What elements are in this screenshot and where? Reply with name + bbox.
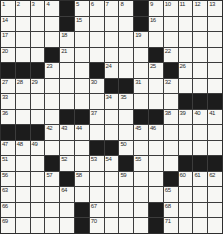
crossword-cell[interactable] <box>45 141 59 156</box>
crossword-cell[interactable]: 67 <box>90 203 104 218</box>
clue-number: 16 <box>150 17 156 23</box>
clue-number: 70 <box>91 218 97 224</box>
crossword-cell[interactable] <box>149 94 163 109</box>
clue-number: 29 <box>32 79 38 85</box>
black-cell <box>1 63 15 78</box>
crossword-cell[interactable] <box>16 48 30 63</box>
crossword-cell[interactable] <box>208 203 222 218</box>
crossword-cell[interactable] <box>16 17 30 32</box>
crossword-cell[interactable] <box>75 63 89 78</box>
clue-number: 43 <box>61 125 67 131</box>
crossword-cell[interactable] <box>134 203 148 218</box>
clue-number: 64 <box>61 187 67 193</box>
clue-number: 15 <box>76 17 82 23</box>
crossword-cell[interactable]: 45 <box>134 125 148 140</box>
crossword-cell[interactable]: 59 <box>119 172 133 187</box>
crossword-cell[interactable]: 66 <box>1 203 15 218</box>
black-cell <box>119 79 133 94</box>
clue-number: 65 <box>165 187 171 193</box>
clue-number: 45 <box>135 125 141 131</box>
crossword-cell[interactable] <box>16 32 30 47</box>
crossword-cell[interactable]: 25 <box>149 63 163 78</box>
clue-number: 38 <box>165 110 171 116</box>
crossword-cell[interactable] <box>164 125 178 140</box>
black-cell <box>16 125 30 140</box>
crossword-cell[interactable]: 5 <box>75 1 89 16</box>
crossword-cell[interactable] <box>119 17 133 32</box>
crossword-cell[interactable] <box>119 218 133 233</box>
clue-number: 27 <box>2 79 8 85</box>
crossword-cell[interactable] <box>164 94 178 109</box>
crossword-cell[interactable]: 31 <box>134 79 148 94</box>
crossword-cell[interactable]: 37 <box>90 110 104 125</box>
crossword-cell[interactable] <box>119 203 133 218</box>
crossword-cell[interactable]: 6 <box>90 1 104 16</box>
crossword-cell[interactable] <box>164 141 178 156</box>
crossword-cell[interactable]: 18 <box>60 32 74 47</box>
crossword-cell[interactable]: 1 <box>1 1 15 16</box>
clue-number: 48 <box>17 141 23 147</box>
crossword-cell[interactable]: 4 <box>45 1 59 16</box>
clue-number: 18 <box>61 32 67 38</box>
crossword-cell[interactable] <box>90 172 104 187</box>
clue-number: 37 <box>91 110 97 116</box>
clue-number: 50 <box>120 141 126 147</box>
black-cell <box>149 48 163 63</box>
clue-number: 47 <box>2 141 8 147</box>
clue-number: 39 <box>180 110 186 116</box>
crossword-cell[interactable] <box>208 63 222 78</box>
clue-number: 68 <box>165 203 171 209</box>
crossword-cell[interactable] <box>208 32 222 47</box>
crossword-cell[interactable]: 30 <box>90 79 104 94</box>
clue-number: 63 <box>2 187 8 193</box>
crossword-cell[interactable]: 49 <box>31 141 45 156</box>
clue-number: 17 <box>2 32 8 38</box>
clue-number: 66 <box>2 203 8 209</box>
clue-number: 8 <box>120 1 123 7</box>
crossword-cell[interactable]: 24 <box>105 63 119 78</box>
crossword-cell[interactable]: 62 <box>208 172 222 187</box>
crossword-cell[interactable]: 34 <box>105 94 119 109</box>
crossword-cell[interactable]: 17 <box>1 32 15 47</box>
crossword-cell[interactable]: 8 <box>119 1 133 16</box>
black-cell <box>164 63 178 78</box>
black-cell <box>60 1 74 16</box>
clue-number: 49 <box>32 141 38 147</box>
crossword-cell[interactable] <box>16 218 30 233</box>
crossword-cell[interactable] <box>105 218 119 233</box>
crossword-cell[interactable] <box>16 203 30 218</box>
crossword-cell[interactable] <box>60 94 74 109</box>
crossword-cell[interactable] <box>119 63 133 78</box>
crossword-cell[interactable]: 20 <box>1 48 15 63</box>
crossword-cell[interactable] <box>134 187 148 202</box>
crossword-cell[interactable] <box>193 141 207 156</box>
crossword-cell[interactable]: 14 <box>1 17 15 32</box>
clue-number: 23 <box>46 63 52 69</box>
crossword-cell[interactable] <box>208 17 222 32</box>
crossword-cell[interactable] <box>208 141 222 156</box>
clue-number: 69 <box>2 218 8 224</box>
clue-number: 4 <box>46 1 49 7</box>
crossword-cell[interactable] <box>179 48 193 63</box>
clue-number: 7 <box>106 1 109 7</box>
crossword-cell[interactable] <box>208 218 222 233</box>
crossword-cell[interactable] <box>208 125 222 140</box>
crossword-cell[interactable]: 16 <box>149 17 163 32</box>
crossword-cell[interactable] <box>193 17 207 32</box>
crossword-cell[interactable]: 36 <box>1 110 15 125</box>
crossword-cell[interactable]: 23 <box>45 63 59 78</box>
crossword-cell[interactable]: 43 <box>60 125 74 140</box>
crossword-cell[interactable]: 63 <box>1 187 15 202</box>
crossword-cell[interactable] <box>193 203 207 218</box>
crossword-cell[interactable] <box>208 187 222 202</box>
crossword-cell[interactable] <box>16 172 30 187</box>
crossword-cell[interactable] <box>119 187 133 202</box>
clue-number: 59 <box>120 172 126 178</box>
crossword-cell[interactable] <box>90 187 104 202</box>
crossword-cell[interactable] <box>149 187 163 202</box>
clue-number: 62 <box>209 172 215 178</box>
clue-number: 42 <box>46 125 52 131</box>
clue-number: 52 <box>61 156 67 162</box>
crossword-cell[interactable] <box>31 48 45 63</box>
black-cell <box>105 79 119 94</box>
black-cell <box>60 17 74 32</box>
black-cell <box>134 1 148 16</box>
clue-number: 30 <box>91 79 97 85</box>
crossword-cell[interactable] <box>31 110 45 125</box>
crossword-cell[interactable]: 55 <box>134 156 148 171</box>
crossword-cell[interactable]: 51 <box>1 156 15 171</box>
crossword-cell[interactable] <box>60 218 74 233</box>
crossword-cell[interactable] <box>134 48 148 63</box>
crossword-cell[interactable]: 68 <box>164 203 178 218</box>
clue-number: 25 <box>150 63 156 69</box>
crossword-cell[interactable] <box>90 17 104 32</box>
crossword-cell[interactable] <box>193 218 207 233</box>
crossword-cell[interactable] <box>105 203 119 218</box>
clue-number: 60 <box>180 172 186 178</box>
black-cell <box>193 94 207 109</box>
clue-number: 2 <box>17 1 20 7</box>
crossword-cell[interactable] <box>31 203 45 218</box>
crossword-cell[interactable]: 13 <box>208 1 222 16</box>
clue-number: 21 <box>61 48 67 54</box>
crossword-cell[interactable]: 57 <box>45 172 59 187</box>
crossword-cell[interactable] <box>208 48 222 63</box>
crossword-cell[interactable] <box>179 187 193 202</box>
crossword-cell[interactable]: 27 <box>1 79 15 94</box>
black-cell <box>134 17 148 32</box>
crossword-cell[interactable]: 56 <box>1 172 15 187</box>
crossword-cell[interactable] <box>75 187 89 202</box>
clue-number: 22 <box>165 48 171 54</box>
crossword-cell[interactable] <box>119 125 133 140</box>
crossword-cell[interactable] <box>179 141 193 156</box>
clue-number: 71 <box>165 218 171 224</box>
crossword-cell[interactable] <box>75 156 89 171</box>
black-cell <box>119 156 133 171</box>
crossword-cell[interactable] <box>31 187 45 202</box>
crossword-cell[interactable] <box>31 156 45 171</box>
crossword-cell[interactable]: 70 <box>90 218 104 233</box>
crossword-cell[interactable] <box>45 218 59 233</box>
black-cell <box>75 203 89 218</box>
crossword-cell[interactable] <box>16 187 30 202</box>
crossword-cell[interactable]: 40 <box>193 110 207 125</box>
crossword-cell[interactable] <box>45 94 59 109</box>
clue-number: 56 <box>2 172 8 178</box>
crossword-cell[interactable] <box>149 32 163 47</box>
crossword-cell[interactable] <box>75 32 89 47</box>
black-cell <box>149 203 163 218</box>
crossword-cell[interactable]: 42 <box>45 125 59 140</box>
crossword-cell[interactable] <box>45 17 59 32</box>
black-cell <box>193 156 207 171</box>
clue-number: 5 <box>76 1 79 7</box>
crossword-cell[interactable]: 58 <box>75 172 89 187</box>
crossword-cell[interactable]: 53 <box>90 156 104 171</box>
crossword-cell[interactable] <box>179 79 193 94</box>
crossword-cell[interactable]: 33 <box>1 94 15 109</box>
crossword-cell[interactable]: 22 <box>164 48 178 63</box>
crossword-cell[interactable]: 41 <box>208 110 222 125</box>
crossword-cell[interactable] <box>119 48 133 63</box>
clue-number: 46 <box>150 125 156 131</box>
crossword-cell[interactable] <box>45 187 59 202</box>
crossword-cell[interactable] <box>105 187 119 202</box>
crossword-cell[interactable] <box>134 141 148 156</box>
black-cell <box>179 156 193 171</box>
crossword-cell[interactable]: 3 <box>31 1 45 16</box>
clue-number: 44 <box>76 125 82 131</box>
crossword-cell[interactable] <box>179 218 193 233</box>
crossword-cell[interactable] <box>193 79 207 94</box>
crossword-cell[interactable] <box>31 94 45 109</box>
crossword-cell[interactable]: 46 <box>149 125 163 140</box>
crossword-cell[interactable] <box>60 203 74 218</box>
clue-number: 57 <box>46 172 52 178</box>
crossword-cell[interactable] <box>60 63 74 78</box>
clue-number: 61 <box>194 172 200 178</box>
clue-number: 36 <box>2 110 8 116</box>
crossword-cell[interactable]: 35 <box>119 94 133 109</box>
black-cell <box>31 63 45 78</box>
black-cell <box>208 156 222 171</box>
clue-number: 58 <box>76 172 82 178</box>
clue-number: 40 <box>194 110 200 116</box>
black-cell <box>90 63 104 78</box>
crossword-cell[interactable]: 15 <box>75 17 89 32</box>
crossword-cell[interactable] <box>193 187 207 202</box>
crossword-cell[interactable]: 26 <box>179 63 193 78</box>
crossword-cell[interactable]: 29 <box>31 79 45 94</box>
crossword-cell[interactable]: 48 <box>16 141 30 156</box>
clue-number: 54 <box>106 156 112 162</box>
clue-number: 19 <box>135 32 141 38</box>
clue-number: 26 <box>180 63 186 69</box>
clue-number: 41 <box>209 110 215 116</box>
crossword-cell[interactable] <box>149 172 163 187</box>
clue-number: 33 <box>2 94 8 100</box>
crossword-cell[interactable]: 2 <box>16 1 30 16</box>
crossword-cell[interactable] <box>105 172 119 187</box>
crossword-cell[interactable] <box>16 156 30 171</box>
black-cell <box>105 141 119 156</box>
crossword-cell[interactable]: 10 <box>164 1 178 16</box>
clue-number: 9 <box>150 1 153 7</box>
clue-number: 3 <box>32 1 35 7</box>
crossword-cell[interactable] <box>45 79 59 94</box>
crossword-cell[interactable] <box>90 125 104 140</box>
black-cell <box>16 63 30 78</box>
crossword-cell[interactable] <box>119 32 133 47</box>
crossword-cell[interactable] <box>134 63 148 78</box>
clue-number: 20 <box>2 48 8 54</box>
crossword-cell[interactable] <box>45 32 59 47</box>
crossword-puzzle: 1234567891011121314151617181920212223242… <box>0 0 223 234</box>
crossword-cell[interactable]: 64 <box>60 187 74 202</box>
crossword-cell[interactable]: 9 <box>149 1 163 16</box>
crossword-cell[interactable] <box>45 203 59 218</box>
black-cell <box>60 110 74 125</box>
clue-number: 10 <box>165 1 171 7</box>
crossword-cell[interactable]: 12 <box>193 1 207 16</box>
crossword-cell[interactable] <box>90 48 104 63</box>
crossword-cell[interactable] <box>193 32 207 47</box>
crossword-cell[interactable]: 44 <box>75 125 89 140</box>
crossword-cell[interactable] <box>149 156 163 171</box>
crossword-cell[interactable] <box>105 125 119 140</box>
clue-number: 31 <box>135 79 141 85</box>
crossword-cell[interactable] <box>149 79 163 94</box>
crossword-cell[interactable]: 21 <box>60 48 74 63</box>
clue-number: 28 <box>17 79 23 85</box>
crossword-cell[interactable] <box>119 110 133 125</box>
crossword-cell[interactable] <box>31 172 45 187</box>
crossword-cell[interactable] <box>31 32 45 47</box>
black-cell <box>208 94 222 109</box>
clue-number: 14 <box>2 17 8 23</box>
crossword-grid: 1234567891011121314151617181920212223242… <box>0 0 223 234</box>
black-cell <box>60 172 74 187</box>
black-cell <box>134 110 148 125</box>
black-cell <box>75 110 89 125</box>
clue-number: 53 <box>91 156 97 162</box>
crossword-cell[interactable] <box>31 17 45 32</box>
black-cell <box>90 141 104 156</box>
crossword-cell[interactable] <box>105 32 119 47</box>
clue-number: 11 <box>180 1 185 7</box>
crossword-cell[interactable] <box>105 17 119 32</box>
crossword-cell[interactable] <box>179 125 193 140</box>
crossword-cell[interactable] <box>179 203 193 218</box>
crossword-cell[interactable]: 61 <box>193 172 207 187</box>
crossword-cell[interactable]: 71 <box>164 218 178 233</box>
crossword-cell[interactable] <box>193 63 207 78</box>
crossword-cell[interactable] <box>75 48 89 63</box>
crossword-cell[interactable] <box>60 79 74 94</box>
clue-number: 55 <box>135 156 141 162</box>
crossword-cell[interactable] <box>149 141 163 156</box>
black-cell <box>149 110 163 125</box>
crossword-cell[interactable] <box>31 218 45 233</box>
crossword-cell[interactable] <box>164 17 178 32</box>
black-cell <box>31 125 45 140</box>
crossword-cell[interactable] <box>208 79 222 94</box>
crossword-cell[interactable] <box>193 125 207 140</box>
crossword-cell[interactable] <box>90 94 104 109</box>
clue-number: 35 <box>120 94 126 100</box>
crossword-cell[interactable] <box>179 17 193 32</box>
crossword-cell[interactable]: 32 <box>164 79 178 94</box>
crossword-cell[interactable]: 54 <box>105 156 119 171</box>
black-cell <box>179 94 193 109</box>
crossword-cell[interactable] <box>134 218 148 233</box>
crossword-cell[interactable]: 52 <box>60 156 74 171</box>
crossword-cell[interactable] <box>134 94 148 109</box>
black-cell <box>75 218 89 233</box>
crossword-cell[interactable]: 69 <box>1 218 15 233</box>
crossword-cell[interactable] <box>45 110 59 125</box>
crossword-cell[interactable] <box>75 79 89 94</box>
black-cell <box>164 172 178 187</box>
clue-number: 67 <box>91 203 97 209</box>
clue-number: 51 <box>2 156 8 162</box>
crossword-cell[interactable] <box>75 141 89 156</box>
crossword-cell[interactable]: 39 <box>179 110 193 125</box>
crossword-cell[interactable] <box>105 48 119 63</box>
crossword-cell[interactable]: 28 <box>16 79 30 94</box>
black-cell <box>45 48 59 63</box>
clue-number: 1 <box>2 1 5 7</box>
crossword-cell[interactable] <box>16 94 30 109</box>
crossword-cell[interactable] <box>164 32 178 47</box>
crossword-cell[interactable]: 11 <box>179 1 193 16</box>
clue-number: 34 <box>106 94 112 100</box>
clue-number: 6 <box>91 1 94 7</box>
black-cell <box>45 156 59 171</box>
clue-number: 24 <box>106 63 112 69</box>
crossword-cell[interactable] <box>16 110 30 125</box>
black-cell <box>1 125 15 140</box>
crossword-cell[interactable]: 50 <box>119 141 133 156</box>
black-cell <box>149 218 163 233</box>
clue-number: 32 <box>165 79 171 85</box>
crossword-cell[interactable]: 47 <box>1 141 15 156</box>
crossword-cell[interactable] <box>193 48 207 63</box>
crossword-cell[interactable]: 19 <box>134 32 148 47</box>
crossword-cell[interactable] <box>75 94 89 109</box>
crossword-cell[interactable] <box>164 156 178 171</box>
crossword-cell[interactable]: 7 <box>105 1 119 16</box>
clue-number: 13 <box>209 1 215 7</box>
crossword-cell[interactable] <box>90 32 104 47</box>
crossword-cell[interactable]: 38 <box>164 110 178 125</box>
crossword-cell[interactable]: 65 <box>164 187 178 202</box>
crossword-cell[interactable] <box>60 141 74 156</box>
crossword-cell[interactable] <box>179 32 193 47</box>
clue-number: 12 <box>194 1 200 7</box>
crossword-cell[interactable]: 60 <box>179 172 193 187</box>
crossword-cell[interactable] <box>105 110 119 125</box>
crossword-cell[interactable] <box>134 172 148 187</box>
